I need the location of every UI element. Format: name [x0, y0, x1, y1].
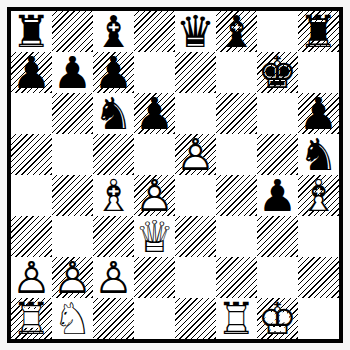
square-g4[interactable]: ♟	[257, 175, 298, 216]
square-d1[interactable]	[134, 298, 175, 339]
piece-glyph: ♞	[93, 93, 134, 134]
piece-white-pawn[interactable]: ♟♙	[175, 134, 216, 175]
square-d4[interactable]: ♟♙	[134, 175, 175, 216]
piece-black-pawn[interactable]: ♟	[134, 93, 175, 134]
square-b7[interactable]: ♟	[52, 52, 93, 93]
piece-black-bishop[interactable]: ♝	[216, 11, 257, 52]
square-a8[interactable]: ♜	[11, 11, 52, 52]
square-h2[interactable]	[298, 257, 339, 298]
square-h8[interactable]: ♜	[298, 11, 339, 52]
piece-white-rook[interactable]: ♜♖	[216, 298, 257, 339]
piece-white-knight[interactable]: ♞♘	[52, 298, 93, 339]
square-c2[interactable]: ♟♙	[93, 257, 134, 298]
square-f6[interactable]	[216, 93, 257, 134]
piece-black-pawn[interactable]: ♟	[52, 52, 93, 93]
piece-black-bishop[interactable]: ♝	[93, 11, 134, 52]
piece-glyph: ♗	[298, 175, 339, 216]
square-h1[interactable]	[298, 298, 339, 339]
square-c1[interactable]	[93, 298, 134, 339]
square-f7[interactable]	[216, 52, 257, 93]
piece-white-bishop[interactable]: ♝♗	[93, 175, 134, 216]
square-c4[interactable]: ♝♗	[93, 175, 134, 216]
square-a2[interactable]: ♟♙	[11, 257, 52, 298]
square-g6[interactable]	[257, 93, 298, 134]
square-g5[interactable]	[257, 134, 298, 175]
square-a1[interactable]: ♜♖	[11, 298, 52, 339]
square-g2[interactable]	[257, 257, 298, 298]
square-b5[interactable]	[52, 134, 93, 175]
square-h6[interactable]: ♟	[298, 93, 339, 134]
piece-white-pawn[interactable]: ♟♙	[11, 257, 52, 298]
square-d5[interactable]	[134, 134, 175, 175]
square-e1[interactable]	[175, 298, 216, 339]
piece-white-pawn[interactable]: ♟♙	[93, 257, 134, 298]
piece-glyph: ♞	[298, 134, 339, 175]
piece-black-rook[interactable]: ♜	[11, 11, 52, 52]
piece-black-pawn[interactable]: ♟	[11, 52, 52, 93]
board-frame: ♜♝♛♝♜♟♟♟♚♞♟♟♟♙♞♝♗♟♙♟♝♗♛♕♟♙♟♙♟♙♜♖♞♘♜♖♚♔	[7, 7, 343, 343]
square-b1[interactable]: ♞♘	[52, 298, 93, 339]
square-d8[interactable]	[134, 11, 175, 52]
square-e3[interactable]	[175, 216, 216, 257]
piece-black-rook[interactable]: ♜	[298, 11, 339, 52]
piece-glyph: ♛	[175, 11, 216, 52]
piece-glyph: ♙	[93, 257, 134, 298]
piece-black-pawn[interactable]: ♟	[93, 52, 134, 93]
square-c8[interactable]: ♝	[93, 11, 134, 52]
piece-glyph: ♟	[134, 93, 175, 134]
piece-black-pawn[interactable]: ♟	[298, 93, 339, 134]
piece-glyph: ♚	[257, 52, 298, 93]
piece-glyph: ♟	[11, 52, 52, 93]
square-f1[interactable]: ♜♖	[216, 298, 257, 339]
piece-black-knight[interactable]: ♞	[298, 134, 339, 175]
piece-white-pawn[interactable]: ♟♙	[52, 257, 93, 298]
piece-black-knight[interactable]: ♞	[93, 93, 134, 134]
piece-glyph: ♗	[93, 175, 134, 216]
square-a5[interactable]	[11, 134, 52, 175]
piece-glyph: ♙	[134, 175, 175, 216]
piece-glyph: ♙	[175, 134, 216, 175]
square-d7[interactable]	[134, 52, 175, 93]
piece-white-king[interactable]: ♚♔	[257, 298, 298, 339]
square-a6[interactable]	[11, 93, 52, 134]
piece-glyph: ♔	[257, 298, 298, 339]
piece-glyph: ♕	[134, 216, 175, 257]
square-e8[interactable]: ♛	[175, 11, 216, 52]
square-c3[interactable]	[93, 216, 134, 257]
square-e7[interactable]	[175, 52, 216, 93]
square-b3[interactable]	[52, 216, 93, 257]
piece-glyph: ♖	[11, 298, 52, 339]
piece-white-queen[interactable]: ♛♕	[134, 216, 175, 257]
square-g8[interactable]	[257, 11, 298, 52]
square-g3[interactable]	[257, 216, 298, 257]
square-f8[interactable]: ♝	[216, 11, 257, 52]
square-a3[interactable]	[11, 216, 52, 257]
piece-black-pawn[interactable]: ♟	[257, 175, 298, 216]
square-a4[interactable]	[11, 175, 52, 216]
piece-glyph: ♙	[11, 257, 52, 298]
piece-white-rook[interactable]: ♜♖	[11, 298, 52, 339]
square-c5[interactable]	[93, 134, 134, 175]
square-g1[interactable]: ♚♔	[257, 298, 298, 339]
piece-glyph: ♜	[11, 11, 52, 52]
square-b6[interactable]	[52, 93, 93, 134]
square-f5[interactable]	[216, 134, 257, 175]
square-e5[interactable]: ♟♙	[175, 134, 216, 175]
square-c7[interactable]: ♟	[93, 52, 134, 93]
square-f3[interactable]	[216, 216, 257, 257]
piece-black-queen[interactable]: ♛	[175, 11, 216, 52]
square-h7[interactable]	[298, 52, 339, 93]
square-c6[interactable]: ♞	[93, 93, 134, 134]
piece-black-king[interactable]: ♚	[257, 52, 298, 93]
piece-glyph: ♙	[52, 257, 93, 298]
piece-glyph: ♟	[93, 52, 134, 93]
square-d3[interactable]: ♛♕	[134, 216, 175, 257]
piece-glyph: ♝	[216, 11, 257, 52]
square-h4[interactable]: ♝♗	[298, 175, 339, 216]
piece-glyph: ♟	[257, 175, 298, 216]
piece-glyph: ♟	[298, 93, 339, 134]
square-h5[interactable]: ♞	[298, 134, 339, 175]
piece-glyph: ♘	[52, 298, 93, 339]
square-h3[interactable]	[298, 216, 339, 257]
square-f2[interactable]	[216, 257, 257, 298]
square-b8[interactable]	[52, 11, 93, 52]
piece-white-bishop[interactable]: ♝♗	[298, 175, 339, 216]
square-f4[interactable]	[216, 175, 257, 216]
square-d2[interactable]	[134, 257, 175, 298]
square-a7[interactable]: ♟	[11, 52, 52, 93]
square-d6[interactable]: ♟	[134, 93, 175, 134]
square-e6[interactable]	[175, 93, 216, 134]
square-e2[interactable]	[175, 257, 216, 298]
piece-glyph: ♝	[93, 11, 134, 52]
piece-glyph: ♖	[216, 298, 257, 339]
piece-glyph: ♟	[52, 52, 93, 93]
piece-glyph: ♜	[298, 11, 339, 52]
square-b4[interactable]	[52, 175, 93, 216]
square-b2[interactable]: ♟♙	[52, 257, 93, 298]
piece-white-pawn[interactable]: ♟♙	[134, 175, 175, 216]
square-g7[interactable]: ♚	[257, 52, 298, 93]
chess-board: ♜♝♛♝♜♟♟♟♚♞♟♟♟♙♞♝♗♟♙♟♝♗♛♕♟♙♟♙♟♙♜♖♞♘♜♖♚♔	[11, 11, 339, 339]
square-e4[interactable]	[175, 175, 216, 216]
